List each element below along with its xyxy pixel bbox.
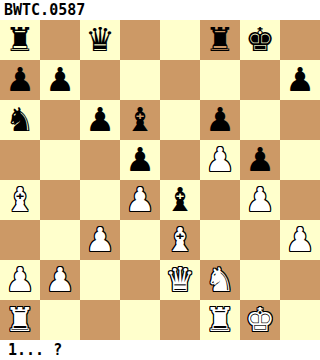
white-pawn[interactable]: ♟	[45, 260, 75, 300]
square-c4[interactable]	[80, 180, 120, 220]
black-pawn[interactable]: ♟	[45, 60, 75, 100]
square-e5[interactable]	[160, 140, 200, 180]
white-rook[interactable]: ♜	[205, 300, 235, 340]
square-g4[interactable]: ♟	[240, 180, 280, 220]
white-rook[interactable]: ♜	[5, 300, 35, 340]
square-b5[interactable]	[40, 140, 80, 180]
square-f7[interactable]	[200, 60, 240, 100]
square-e8[interactable]	[160, 20, 200, 60]
square-a3[interactable]	[0, 220, 40, 260]
square-h1[interactable]	[280, 300, 320, 340]
white-pawn[interactable]: ♟	[5, 260, 35, 300]
square-g2[interactable]	[240, 260, 280, 300]
black-pawn[interactable]: ♟	[85, 100, 115, 140]
square-g5[interactable]: ♟	[240, 140, 280, 180]
square-b3[interactable]	[40, 220, 80, 260]
black-pawn[interactable]: ♟	[285, 60, 315, 100]
square-c2[interactable]	[80, 260, 120, 300]
white-bishop[interactable]: ♝	[165, 220, 195, 260]
square-d3[interactable]	[120, 220, 160, 260]
white-bishop[interactable]: ♝	[5, 180, 35, 220]
square-b6[interactable]	[40, 100, 80, 140]
square-d5[interactable]: ♟	[120, 140, 160, 180]
chess-board: ♜♛♜♚♟♟♟♞♟♝♟♟♟♟♝♟♝♟♟♝♟♟♟♛♞♜♜♚	[0, 20, 320, 340]
square-h4[interactable]	[280, 180, 320, 220]
square-g6[interactable]	[240, 100, 280, 140]
chess-puzzle-window: BWTC.0587 ♜♛♜♚♟♟♟♞♟♝♟♟♟♟♝♟♝♟♟♝♟♟♟♛♞♜♜♚ 1…	[0, 0, 320, 360]
square-e2[interactable]: ♛	[160, 260, 200, 300]
square-h3[interactable]: ♟	[280, 220, 320, 260]
square-f8[interactable]: ♜	[200, 20, 240, 60]
square-d4[interactable]: ♟	[120, 180, 160, 220]
square-e4[interactable]: ♝	[160, 180, 200, 220]
square-g8[interactable]: ♚	[240, 20, 280, 60]
square-d8[interactable]	[120, 20, 160, 60]
square-d1[interactable]	[120, 300, 160, 340]
black-queen[interactable]: ♛	[85, 20, 115, 60]
square-c5[interactable]	[80, 140, 120, 180]
square-b7[interactable]: ♟	[40, 60, 80, 100]
square-c3[interactable]: ♟	[80, 220, 120, 260]
square-a6[interactable]: ♞	[0, 100, 40, 140]
square-f5[interactable]: ♟	[200, 140, 240, 180]
black-rook[interactable]: ♜	[205, 20, 235, 60]
square-b8[interactable]	[40, 20, 80, 60]
white-knight[interactable]: ♞	[205, 260, 235, 300]
square-b1[interactable]	[40, 300, 80, 340]
square-f4[interactable]	[200, 180, 240, 220]
square-c8[interactable]: ♛	[80, 20, 120, 60]
square-g7[interactable]	[240, 60, 280, 100]
white-king[interactable]: ♚	[245, 300, 275, 340]
title-bar: BWTC.0587	[0, 0, 320, 20]
square-h6[interactable]	[280, 100, 320, 140]
square-f1[interactable]: ♜	[200, 300, 240, 340]
square-c1[interactable]	[80, 300, 120, 340]
square-d7[interactable]	[120, 60, 160, 100]
square-f6[interactable]: ♟	[200, 100, 240, 140]
square-g1[interactable]: ♚	[240, 300, 280, 340]
square-e6[interactable]	[160, 100, 200, 140]
square-g3[interactable]	[240, 220, 280, 260]
square-a1[interactable]: ♜	[0, 300, 40, 340]
black-rook[interactable]: ♜	[5, 20, 35, 60]
black-pawn[interactable]: ♟	[205, 100, 235, 140]
black-bishop[interactable]: ♝	[165, 180, 195, 220]
square-d2[interactable]	[120, 260, 160, 300]
square-c7[interactable]	[80, 60, 120, 100]
square-f3[interactable]	[200, 220, 240, 260]
white-pawn[interactable]: ♟	[245, 180, 275, 220]
white-queen[interactable]: ♛	[165, 260, 195, 300]
square-e1[interactable]	[160, 300, 200, 340]
square-h2[interactable]	[280, 260, 320, 300]
puzzle-title: BWTC.0587	[4, 0, 85, 20]
square-a4[interactable]: ♝	[0, 180, 40, 220]
square-c6[interactable]: ♟	[80, 100, 120, 140]
black-knight[interactable]: ♞	[5, 100, 35, 140]
square-e7[interactable]	[160, 60, 200, 100]
square-b4[interactable]	[40, 180, 80, 220]
move-prompt: 1... ?	[8, 340, 62, 360]
square-a8[interactable]: ♜	[0, 20, 40, 60]
square-b2[interactable]: ♟	[40, 260, 80, 300]
white-pawn[interactable]: ♟	[205, 140, 235, 180]
white-pawn[interactable]: ♟	[85, 220, 115, 260]
square-h5[interactable]	[280, 140, 320, 180]
black-pawn[interactable]: ♟	[5, 60, 35, 100]
black-bishop[interactable]: ♝	[125, 100, 155, 140]
square-a5[interactable]	[0, 140, 40, 180]
square-e3[interactable]: ♝	[160, 220, 200, 260]
black-king[interactable]: ♚	[245, 20, 275, 60]
status-bar: 1... ?	[0, 340, 320, 360]
square-h8[interactable]	[280, 20, 320, 60]
square-a2[interactable]: ♟	[0, 260, 40, 300]
square-f2[interactable]: ♞	[200, 260, 240, 300]
black-pawn[interactable]: ♟	[245, 140, 275, 180]
square-a7[interactable]: ♟	[0, 60, 40, 100]
black-pawn[interactable]: ♟	[125, 140, 155, 180]
white-pawn[interactable]: ♟	[285, 220, 315, 260]
square-d6[interactable]: ♝	[120, 100, 160, 140]
square-h7[interactable]: ♟	[280, 60, 320, 100]
white-pawn[interactable]: ♟	[125, 180, 155, 220]
